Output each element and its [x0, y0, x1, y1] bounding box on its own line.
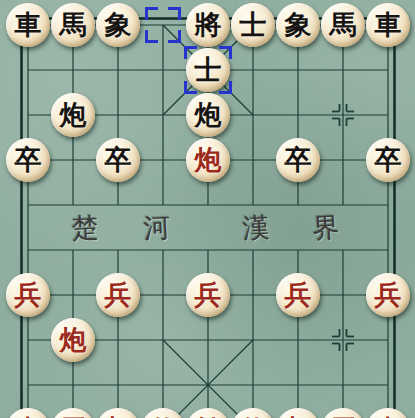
piece-red-soldier[interactable]: 兵	[6, 273, 50, 317]
piece-black-soldier[interactable]: 卒	[96, 138, 140, 182]
piece-black-advisor[interactable]: 士	[231, 3, 275, 47]
piece-black-chariot[interactable]: 車	[6, 3, 50, 47]
river-label: 漢	[242, 209, 271, 246]
piece-black-soldier[interactable]: 卒	[6, 138, 50, 182]
piece-black-cannon[interactable]: 炮	[51, 93, 95, 137]
piece-black-elephant[interactable]: 象	[96, 3, 140, 47]
piece-red-soldier[interactable]: 兵	[276, 273, 320, 317]
river-label: 河	[143, 209, 172, 246]
piece-black-horse[interactable]: 馬	[51, 3, 95, 47]
piece-red-cannon[interactable]: 炮	[51, 318, 95, 362]
piece-black-cannon[interactable]: 炮	[186, 93, 230, 137]
piece-red-soldier[interactable]: 兵	[366, 273, 410, 317]
piece-black-soldier[interactable]: 卒	[276, 138, 320, 182]
river-label: 界	[312, 209, 341, 246]
piece-black-general[interactable]: 將	[186, 3, 230, 47]
piece-black-soldier[interactable]: 卒	[366, 138, 410, 182]
xiangqi-board[interactable]: 楚河漢界 車馬象將士象馬車士炮炮卒卒炮卒卒兵兵兵兵兵炮車馬相仕帥仕相馬車	[0, 0, 415, 418]
piece-black-horse[interactable]: 馬	[321, 3, 365, 47]
piece-red-soldier[interactable]: 兵	[186, 273, 230, 317]
piece-red-soldier[interactable]: 兵	[96, 273, 140, 317]
piece-black-advisor[interactable]: 士	[186, 48, 230, 92]
river-label: 楚	[71, 209, 100, 246]
piece-black-chariot[interactable]: 車	[366, 3, 410, 47]
piece-red-cannon[interactable]: 炮	[186, 138, 230, 182]
piece-black-elephant[interactable]: 象	[276, 3, 320, 47]
